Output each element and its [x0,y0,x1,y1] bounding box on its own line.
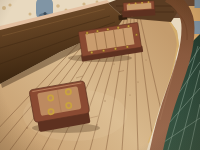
model-ship-photo [0,0,200,150]
photo-canvas [0,0,200,150]
vignette-overlay [0,0,200,150]
